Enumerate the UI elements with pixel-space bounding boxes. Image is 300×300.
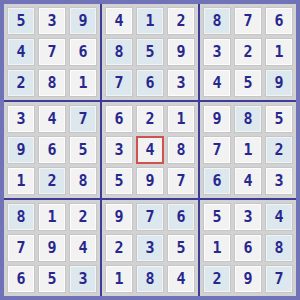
cell-r5c7[interactable]: 7 (203, 136, 231, 164)
cell-r7c8[interactable]: 3 (234, 203, 262, 231)
cell-r3c4[interactable]: 7 (105, 69, 133, 97)
cell-r5c2[interactable]: 6 (38, 136, 66, 164)
cell-r4c4[interactable]: 6 (105, 105, 133, 133)
cell-r7c9[interactable]: 4 (265, 203, 293, 231)
cell-r6c4[interactable]: 5 (105, 167, 133, 195)
cell-r2c8[interactable]: 2 (234, 38, 262, 66)
cell-r6c9[interactable]: 3 (265, 167, 293, 195)
cell-r6c6[interactable]: 7 (167, 167, 195, 195)
cell-r4c5[interactable]: 2 (136, 105, 164, 133)
cell-r2c7[interactable]: 3 (203, 38, 231, 66)
cell-r5c9[interactable]: 2 (265, 136, 293, 164)
cell-r6c8[interactable]: 4 (234, 167, 262, 195)
cell-r3c6[interactable]: 3 (167, 69, 195, 97)
cell-r9c2[interactable]: 5 (38, 265, 66, 293)
cell-r7c1[interactable]: 8 (7, 203, 35, 231)
cell-r1c5[interactable]: 1 (136, 7, 164, 35)
cell-r7c5[interactable]: 7 (136, 203, 164, 231)
cell-r3c7[interactable]: 4 (203, 69, 231, 97)
cell-r6c2[interactable]: 2 (38, 167, 66, 195)
cell-r1c7[interactable]: 8 (203, 7, 231, 35)
cell-r8c2[interactable]: 9 (38, 234, 66, 262)
cell-r4c7[interactable]: 9 (203, 105, 231, 133)
cell-r1c6[interactable]: 2 (167, 7, 195, 35)
cell-r5c8[interactable]: 1 (234, 136, 262, 164)
cell-r9c7[interactable]: 2 (203, 265, 231, 293)
cell-r4c3[interactable]: 7 (69, 105, 97, 133)
box-r3c2: 976235184 (102, 200, 198, 296)
box-r1c1: 539476281 (4, 4, 100, 100)
cell-r5c6[interactable]: 8 (167, 136, 195, 164)
cell-r8c4[interactable]: 2 (105, 234, 133, 262)
cell-r8c9[interactable]: 8 (265, 234, 293, 262)
cell-r4c8[interactable]: 8 (234, 105, 262, 133)
cell-r2c9[interactable]: 1 (265, 38, 293, 66)
cell-r9c4[interactable]: 1 (105, 265, 133, 293)
box-r1c2: 412859763 (102, 4, 198, 100)
cell-r4c9[interactable]: 5 (265, 105, 293, 133)
cell-r5c3[interactable]: 5 (69, 136, 97, 164)
sudoku-board: 5394762814128597638763214593479651286213… (0, 0, 300, 300)
cell-r4c6[interactable]: 1 (167, 105, 195, 133)
cell-r2c2[interactable]: 7 (38, 38, 66, 66)
cell-r3c1[interactable]: 2 (7, 69, 35, 97)
cell-r1c2[interactable]: 3 (38, 7, 66, 35)
cell-r8c3[interactable]: 4 (69, 234, 97, 262)
cell-r8c5[interactable]: 3 (136, 234, 164, 262)
cell-r8c6[interactable]: 5 (167, 234, 195, 262)
cell-r6c7[interactable]: 6 (203, 167, 231, 195)
cell-r9c8[interactable]: 9 (234, 265, 262, 293)
cell-r2c5[interactable]: 5 (136, 38, 164, 66)
box-r2c1: 347965128 (4, 102, 100, 198)
cell-r9c6[interactable]: 4 (167, 265, 195, 293)
cell-r2c4[interactable]: 8 (105, 38, 133, 66)
cell-r6c5[interactable]: 9 (136, 167, 164, 195)
cell-r1c1[interactable]: 5 (7, 7, 35, 35)
cell-r7c4[interactable]: 9 (105, 203, 133, 231)
cell-r5c5[interactable]: 4 (136, 136, 164, 164)
cell-r3c2[interactable]: 8 (38, 69, 66, 97)
cell-r4c1[interactable]: 3 (7, 105, 35, 133)
cell-r6c3[interactable]: 8 (69, 167, 97, 195)
cell-r9c3[interactable]: 3 (69, 265, 97, 293)
cell-r3c3[interactable]: 1 (69, 69, 97, 97)
cell-r6c1[interactable]: 1 (7, 167, 35, 195)
box-r3c3: 534168297 (200, 200, 296, 296)
box-r3c1: 812794653 (4, 200, 100, 296)
cell-r8c8[interactable]: 6 (234, 234, 262, 262)
cell-r1c8[interactable]: 7 (234, 7, 262, 35)
cell-r5c1[interactable]: 9 (7, 136, 35, 164)
cell-r4c2[interactable]: 4 (38, 105, 66, 133)
cell-r9c1[interactable]: 6 (7, 265, 35, 293)
box-r2c2: 621348597 (102, 102, 198, 198)
cell-r7c7[interactable]: 5 (203, 203, 231, 231)
cell-r7c3[interactable]: 2 (69, 203, 97, 231)
cell-r9c9[interactable]: 7 (265, 265, 293, 293)
cell-r3c9[interactable]: 9 (265, 69, 293, 97)
cell-r3c8[interactable]: 5 (234, 69, 262, 97)
cell-r2c3[interactable]: 6 (69, 38, 97, 66)
cell-r8c1[interactable]: 7 (7, 234, 35, 262)
cell-r7c6[interactable]: 6 (167, 203, 195, 231)
cell-r1c4[interactable]: 4 (105, 7, 133, 35)
cell-r9c5[interactable]: 8 (136, 265, 164, 293)
cell-r8c7[interactable]: 1 (203, 234, 231, 262)
box-r1c3: 876321459 (200, 4, 296, 100)
box-r2c3: 985712643 (200, 102, 296, 198)
cell-r5c4[interactable]: 3 (105, 136, 133, 164)
cell-r3c5[interactable]: 6 (136, 69, 164, 97)
cell-r1c3[interactable]: 9 (69, 7, 97, 35)
cell-r1c9[interactable]: 6 (265, 7, 293, 35)
cell-r2c6[interactable]: 9 (167, 38, 195, 66)
cell-r7c2[interactable]: 1 (38, 203, 66, 231)
cell-r2c1[interactable]: 4 (7, 38, 35, 66)
